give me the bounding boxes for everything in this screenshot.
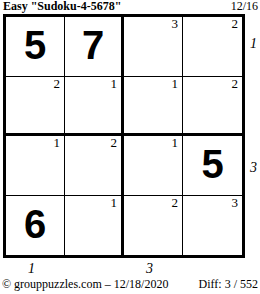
- cell-r4c2[interactable]: 1: [65, 196, 124, 256]
- cell-value: 6: [24, 204, 46, 244]
- cell-r2c2[interactable]: 1: [65, 77, 124, 137]
- pencil-mark: 2: [111, 136, 118, 150]
- cell-r1c1[interactable]: 5: [6, 17, 65, 77]
- difficulty-label: Diff: 3 / 552: [199, 277, 258, 292]
- cell-value: 5: [24, 25, 46, 65]
- copyright-line: © grouppuzzles.com – 12/18/2020: [2, 277, 168, 292]
- pencil-mark: 3: [232, 196, 239, 210]
- pencil-mark: 2: [232, 17, 239, 31]
- pencil-mark: 1: [54, 136, 61, 150]
- puzzle-title: Easy "Sudoku-4-5678": [3, 0, 121, 14]
- col-marker-1: 1: [28, 262, 35, 276]
- pencil-mark: 1: [111, 196, 118, 210]
- cell-r3c1[interactable]: 1: [6, 136, 65, 196]
- cell-r2c1[interactable]: 2: [6, 77, 65, 137]
- row-marker-1: 1: [250, 37, 257, 51]
- pencil-mark: 1: [172, 77, 179, 91]
- cell-r1c4[interactable]: 2: [183, 17, 242, 77]
- cell-r3c4[interactable]: 5: [183, 136, 242, 196]
- row-marker-3: 3: [250, 161, 257, 175]
- cell-r2c3[interactable]: 1: [124, 77, 183, 137]
- cell-value: 5: [201, 144, 223, 184]
- col-marker-3: 3: [146, 262, 153, 276]
- sudoku-page: Easy "Sudoku-4-5678" 12/16 5 7 3 2 2 1 1…: [0, 0, 260, 294]
- cell-r1c3[interactable]: 3: [124, 17, 183, 77]
- pencil-mark: 2: [54, 77, 61, 91]
- page-indicator: 12/16: [231, 0, 258, 14]
- cell-r4c4[interactable]: 3: [183, 196, 242, 256]
- cell-r3c3[interactable]: 1: [124, 136, 183, 196]
- cell-r2c4[interactable]: 2: [183, 77, 242, 137]
- pencil-mark: 2: [232, 77, 239, 91]
- cell-r4c1[interactable]: 6: [6, 196, 65, 256]
- cell-r1c2[interactable]: 7: [65, 17, 124, 77]
- pencil-mark: 1: [111, 77, 118, 91]
- cell-r4c3[interactable]: 2: [124, 196, 183, 256]
- pencil-mark: 1: [172, 136, 179, 150]
- pencil-mark: 2: [172, 196, 179, 210]
- sudoku-board: 5 7 3 2 2 1 1 2 1 2 1 5 6 1 2 3: [3, 14, 245, 258]
- pencil-mark: 3: [172, 17, 179, 31]
- cell-value: 7: [82, 25, 104, 65]
- cell-r3c2[interactable]: 2: [65, 136, 124, 196]
